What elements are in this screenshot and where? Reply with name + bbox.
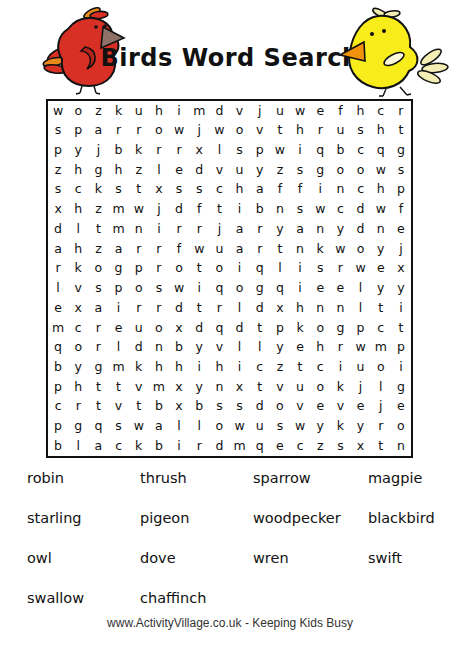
grid-cell[interactable]: m	[108, 200, 128, 220]
grid-cell[interactable]: e	[391, 219, 411, 239]
grid-cell[interactable]: x	[48, 200, 68, 220]
grid-cell[interactable]: e	[270, 436, 290, 456]
grid-cell[interactable]: d	[48, 219, 68, 239]
grid-cell[interactable]: g	[310, 160, 330, 180]
grid-cell[interactable]: w	[129, 417, 149, 437]
grid-cell[interactable]: e	[391, 397, 411, 417]
grid-cell[interactable]: k	[129, 357, 149, 377]
grid-cell[interactable]: f	[169, 239, 189, 259]
grid-cell[interactable]: s	[229, 397, 249, 417]
grid-cell[interactable]: o	[149, 121, 169, 141]
grid-cell[interactable]: r	[371, 417, 391, 437]
grid-cell[interactable]: i	[310, 180, 330, 200]
grid-cell[interactable]: b	[330, 140, 350, 160]
grid-cell[interactable]: i	[149, 219, 169, 239]
grid-cell[interactable]: w	[169, 278, 189, 298]
grid-cell[interactable]: i	[169, 436, 189, 456]
grid-cell[interactable]: s	[88, 278, 108, 298]
grid-cell[interactable]: w	[371, 160, 391, 180]
grid-cell[interactable]: o	[270, 397, 290, 417]
grid-cell[interactable]: k	[330, 417, 350, 437]
grid-cell[interactable]: a	[149, 417, 169, 437]
grid-cell[interactable]: g	[68, 417, 88, 437]
grid-cell[interactable]: v	[209, 160, 229, 180]
grid-cell[interactable]: o	[350, 239, 370, 259]
grid-cell[interactable]: w	[169, 121, 189, 141]
grid-cell[interactable]: t	[88, 397, 108, 417]
grid-cell[interactable]: l	[350, 278, 370, 298]
grid-cell[interactable]: u	[330, 121, 350, 141]
grid-cell[interactable]: c	[371, 101, 391, 121]
grid-cell[interactable]: d	[209, 436, 229, 456]
grid-cell[interactable]: l	[68, 436, 88, 456]
grid-cell[interactable]: p	[350, 318, 370, 338]
grid-cell[interactable]: l	[68, 219, 88, 239]
grid-cell[interactable]: w	[350, 338, 370, 358]
grid-cell[interactable]: y	[350, 417, 370, 437]
grid-cell[interactable]: k	[68, 259, 88, 279]
grid-cell[interactable]: q	[371, 140, 391, 160]
grid-cell[interactable]: b	[149, 397, 169, 417]
grid-cell[interactable]: m	[229, 436, 249, 456]
grid-cell[interactable]: q	[48, 338, 68, 358]
grid-cell[interactable]: q	[209, 318, 229, 338]
grid-cell[interactable]: i	[108, 298, 128, 318]
grid-cell[interactable]: u	[290, 377, 310, 397]
grid-cell[interactable]: l	[149, 160, 169, 180]
grid-cell[interactable]: o	[209, 259, 229, 279]
grid-cell[interactable]: p	[129, 259, 149, 279]
grid-cell[interactable]: r	[250, 219, 270, 239]
grid-cell[interactable]: n	[310, 219, 330, 239]
grid-cell[interactable]: y	[68, 357, 88, 377]
grid-cell[interactable]: y	[68, 140, 88, 160]
grid-cell[interactable]: v	[330, 397, 350, 417]
grid-cell[interactable]: q	[209, 278, 229, 298]
grid-cell[interactable]: b	[149, 436, 169, 456]
grid-cell[interactable]: n	[290, 239, 310, 259]
grid-cell[interactable]: m	[371, 338, 391, 358]
grid-cell[interactable]: n	[149, 338, 169, 358]
grid-cell[interactable]: d	[169, 200, 189, 220]
grid-cell[interactable]: l	[350, 298, 370, 318]
grid-cell[interactable]: p	[270, 318, 290, 338]
grid-cell[interactable]: c	[290, 436, 310, 456]
grid-cell[interactable]: p	[250, 140, 270, 160]
grid-cell[interactable]: a	[290, 219, 310, 239]
grid-cell[interactable]: i	[290, 259, 310, 279]
grid-cell[interactable]: x	[350, 436, 370, 456]
grid-cell[interactable]: x	[229, 377, 249, 397]
grid-cell[interactable]: d	[350, 200, 370, 220]
grid-cell[interactable]: m	[189, 101, 209, 121]
grid-cell[interactable]: f	[290, 180, 310, 200]
grid-cell[interactable]: p	[48, 417, 68, 437]
grid-cell[interactable]: h	[68, 200, 88, 220]
grid-cell[interactable]: y	[270, 219, 290, 239]
grid-cell[interactable]: t	[250, 377, 270, 397]
grid-cell[interactable]: l	[229, 338, 249, 358]
grid-cell[interactable]: q	[270, 278, 290, 298]
grid-cell[interactable]: x	[189, 140, 209, 160]
grid-cell[interactable]: b	[108, 140, 128, 160]
grid-cell[interactable]: w	[48, 101, 68, 121]
grid-cell[interactable]: c	[350, 180, 370, 200]
grid-cell[interactable]: r	[250, 239, 270, 259]
grid-cell[interactable]: i	[290, 278, 310, 298]
grid-cell[interactable]: e	[108, 318, 128, 338]
grid-cell[interactable]: p	[48, 377, 68, 397]
grid-cell[interactable]: v	[129, 377, 149, 397]
grid-cell[interactable]: m	[108, 357, 128, 377]
grid-cell[interactable]: o	[371, 357, 391, 377]
grid-cell[interactable]: r	[189, 436, 209, 456]
grid-cell[interactable]: s	[108, 417, 128, 437]
grid-cell[interactable]: t	[391, 318, 411, 338]
grid-cell[interactable]: w	[330, 239, 350, 259]
grid-cell[interactable]: y	[189, 338, 209, 358]
grid-cell[interactable]: d	[350, 219, 370, 239]
grid-cell[interactable]: r	[48, 259, 68, 279]
grid-cell[interactable]: o	[169, 259, 189, 279]
grid-cell[interactable]: o	[391, 417, 411, 437]
grid-cell[interactable]: o	[310, 377, 330, 397]
grid-cell[interactable]: l	[189, 417, 209, 437]
grid-cell[interactable]: r	[209, 298, 229, 318]
grid-cell[interactable]: l	[48, 278, 68, 298]
grid-cell[interactable]: r	[68, 397, 88, 417]
grid-cell[interactable]: a	[108, 239, 128, 259]
grid-cell[interactable]: e	[310, 278, 330, 298]
grid-cell[interactable]: u	[209, 239, 229, 259]
grid-cell[interactable]: h	[169, 357, 189, 377]
grid-cell[interactable]: u	[270, 101, 290, 121]
grid-cell[interactable]: t	[189, 259, 209, 279]
grid-cell[interactable]: k	[129, 140, 149, 160]
grid-cell[interactable]: r	[330, 338, 350, 358]
grid-cell[interactable]: d	[189, 318, 209, 338]
grid-cell[interactable]: d	[250, 298, 270, 318]
grid-cell[interactable]: r	[129, 239, 149, 259]
grid-cell[interactable]: d	[229, 318, 249, 338]
grid-cell[interactable]: i	[189, 357, 209, 377]
grid-cell[interactable]: n	[391, 436, 411, 456]
grid-cell[interactable]: h	[68, 377, 88, 397]
grid-cell[interactable]: i	[229, 259, 249, 279]
grid-cell[interactable]: u	[250, 417, 270, 437]
grid-cell[interactable]: s	[270, 417, 290, 437]
grid-cell[interactable]: s	[149, 278, 169, 298]
grid-cell[interactable]: y	[189, 377, 209, 397]
grid-cell[interactable]: l	[270, 259, 290, 279]
grid-cell[interactable]: o	[68, 101, 88, 121]
grid-cell[interactable]: o	[149, 318, 169, 338]
grid-cell[interactable]: t	[88, 219, 108, 239]
grid-cell[interactable]: h	[149, 357, 169, 377]
grid-cell[interactable]: k	[129, 436, 149, 456]
grid-cell[interactable]: s	[391, 160, 411, 180]
grid-cell[interactable]: c	[48, 397, 68, 417]
grid-cell[interactable]: l	[169, 417, 189, 437]
grid-cell[interactable]: c	[68, 318, 88, 338]
grid-cell[interactable]: g	[391, 377, 411, 397]
grid-cell[interactable]: c	[371, 318, 391, 338]
grid-cell[interactable]: d	[169, 298, 189, 318]
grid-cell[interactable]: s	[48, 121, 68, 141]
grid-cell[interactable]: s	[169, 180, 189, 200]
grid-cell[interactable]: a	[88, 121, 108, 141]
grid-cell[interactable]: h	[108, 160, 128, 180]
grid-cell[interactable]: x	[149, 180, 169, 200]
grid-cell[interactable]: v	[68, 278, 88, 298]
grid-cell[interactable]: h	[371, 180, 391, 200]
grid-cell[interactable]: o	[310, 318, 330, 338]
grid-cell[interactable]: z	[129, 160, 149, 180]
grid-cell[interactable]: x	[68, 298, 88, 318]
grid-cell[interactable]: j	[250, 101, 270, 121]
grid-cell[interactable]: r	[391, 101, 411, 121]
grid-cell[interactable]: d	[189, 160, 209, 180]
grid-cell[interactable]: e	[371, 259, 391, 279]
grid-cell[interactable]: f	[189, 200, 209, 220]
grid-cell[interactable]: q	[250, 436, 270, 456]
grid-cell[interactable]: w	[129, 200, 149, 220]
grid-cell[interactable]: j	[391, 239, 411, 259]
grid-cell[interactable]: a	[229, 219, 249, 239]
grid-cell[interactable]: h	[310, 338, 330, 358]
grid-cell[interactable]: r	[88, 338, 108, 358]
grid-cell[interactable]: i	[169, 101, 189, 121]
grid-cell[interactable]: o	[88, 259, 108, 279]
grid-cell[interactable]: e	[48, 298, 68, 318]
grid-cell[interactable]: t	[371, 298, 391, 318]
grid-cell[interactable]: x	[391, 259, 411, 279]
grid-cell[interactable]: a	[48, 239, 68, 259]
grid-cell[interactable]: e	[310, 101, 330, 121]
grid-cell[interactable]: u	[229, 160, 249, 180]
grid-cell[interactable]: c	[350, 140, 370, 160]
grid-cell[interactable]: c	[68, 180, 88, 200]
grid-cell[interactable]: y	[391, 278, 411, 298]
grid-cell[interactable]: c	[250, 357, 270, 377]
grid-cell[interactable]: y	[310, 417, 330, 437]
grid-cell[interactable]: s	[48, 180, 68, 200]
grid-cell[interactable]: r	[169, 219, 189, 239]
grid-cell[interactable]: x	[169, 397, 189, 417]
grid-cell[interactable]: n	[310, 298, 330, 318]
grid-cell[interactable]: g	[88, 357, 108, 377]
grid-cell[interactable]: j	[350, 377, 370, 397]
grid-cell[interactable]: b	[250, 200, 270, 220]
grid-cell[interactable]: y	[270, 338, 290, 358]
grid-cell[interactable]: a	[250, 180, 270, 200]
grid-cell[interactable]: t	[209, 200, 229, 220]
grid-cell[interactable]: t	[108, 377, 128, 397]
grid-cell[interactable]: n	[270, 200, 290, 220]
grid-cell[interactable]: h	[290, 121, 310, 141]
grid-cell[interactable]: d	[250, 397, 270, 417]
grid-cell[interactable]: y	[371, 278, 391, 298]
grid-cell[interactable]: t	[129, 397, 149, 417]
grid-cell[interactable]: z	[88, 200, 108, 220]
grid-cell[interactable]: r	[149, 298, 169, 318]
grid-cell[interactable]: r	[169, 140, 189, 160]
grid-cell[interactable]: z	[270, 357, 290, 377]
grid-cell[interactable]: h	[68, 239, 88, 259]
grid-cell[interactable]: d	[129, 338, 149, 358]
grid-cell[interactable]: n	[330, 298, 350, 318]
grid-cell[interactable]: v	[290, 397, 310, 417]
grid-cell[interactable]: t	[270, 121, 290, 141]
grid-cell[interactable]: l	[371, 377, 391, 397]
grid-cell[interactable]: s	[189, 180, 209, 200]
grid-cell[interactable]: g	[250, 278, 270, 298]
grid-cell[interactable]: f	[270, 180, 290, 200]
grid-cell[interactable]: k	[310, 239, 330, 259]
grid-cell[interactable]: t	[270, 239, 290, 259]
grid-cell[interactable]: v	[250, 121, 270, 141]
grid-cell[interactable]: e	[350, 397, 370, 417]
grid-cell[interactable]: r	[310, 121, 330, 141]
grid-cell[interactable]: u	[129, 318, 149, 338]
grid-cell[interactable]: t	[371, 436, 391, 456]
grid-cell[interactable]: w	[350, 259, 370, 279]
grid-cell[interactable]: c	[330, 200, 350, 220]
grid-cell[interactable]: v	[108, 397, 128, 417]
grid-cell[interactable]: y	[330, 219, 350, 239]
grid-cell[interactable]: z	[310, 436, 330, 456]
grid-cell[interactable]: h	[68, 160, 88, 180]
grid-cell[interactable]: s	[330, 436, 350, 456]
grid-cell[interactable]: p	[391, 180, 411, 200]
grid-cell[interactable]: s	[290, 200, 310, 220]
grid-cell[interactable]: r	[88, 318, 108, 338]
grid-cell[interactable]: p	[68, 121, 88, 141]
grid-cell[interactable]: r	[149, 239, 169, 259]
grid-cell[interactable]: v	[270, 377, 290, 397]
grid-cell[interactable]: s	[290, 160, 310, 180]
grid-cell[interactable]: e	[169, 160, 189, 180]
grid-cell[interactable]: t	[391, 121, 411, 141]
grid-cell[interactable]: i	[229, 200, 249, 220]
grid-cell[interactable]: l	[108, 338, 128, 358]
grid-cell[interactable]: v	[229, 101, 249, 121]
grid-cell[interactable]: g	[330, 318, 350, 338]
grid-cell[interactable]: u	[350, 357, 370, 377]
grid-cell[interactable]: z	[48, 160, 68, 180]
grid-cell[interactable]: r	[149, 140, 169, 160]
grid-cell[interactable]: h	[371, 121, 391, 141]
grid-cell[interactable]: h	[149, 101, 169, 121]
grid-cell[interactable]: s	[310, 259, 330, 279]
grid-cell[interactable]: k	[108, 101, 128, 121]
grid-cell[interactable]: r	[129, 121, 149, 141]
grid-cell[interactable]: w	[371, 200, 391, 220]
grid-cell[interactable]: z	[88, 239, 108, 259]
grid-cell[interactable]: t	[88, 377, 108, 397]
grid-cell[interactable]: x	[270, 298, 290, 318]
grid-cell[interactable]: f	[391, 200, 411, 220]
grid-cell[interactable]: z	[270, 160, 290, 180]
grid-cell[interactable]: c	[209, 180, 229, 200]
grid-cell[interactable]: m	[108, 219, 128, 239]
grid-cell[interactable]: p	[48, 140, 68, 160]
grid-cell[interactable]: y	[371, 239, 391, 259]
grid-cell[interactable]: e	[290, 338, 310, 358]
grid-cell[interactable]: c	[108, 436, 128, 456]
grid-cell[interactable]: g	[391, 140, 411, 160]
grid-cell[interactable]: g	[88, 160, 108, 180]
grid-cell[interactable]: m	[149, 377, 169, 397]
grid-cell[interactable]: c	[310, 357, 330, 377]
grid-cell[interactable]: i	[391, 298, 411, 318]
grid-cell[interactable]: q	[250, 259, 270, 279]
grid-cell[interactable]: s	[209, 397, 229, 417]
grid-cell[interactable]: h	[350, 101, 370, 121]
grid-cell[interactable]: s	[108, 180, 128, 200]
grid-cell[interactable]: x	[169, 377, 189, 397]
grid-cell[interactable]: i	[391, 357, 411, 377]
grid-cell[interactable]: k	[290, 318, 310, 338]
grid-cell[interactable]: x	[169, 318, 189, 338]
grid-cell[interactable]: s	[350, 121, 370, 141]
grid-cell[interactable]: j	[371, 397, 391, 417]
grid-cell[interactable]: o	[68, 338, 88, 358]
grid-cell[interactable]: i	[290, 140, 310, 160]
grid-cell[interactable]: n	[209, 377, 229, 397]
grid-cell[interactable]: q	[88, 417, 108, 437]
grid-cell[interactable]: r	[129, 298, 149, 318]
grid-cell[interactable]: j	[189, 121, 209, 141]
grid-cell[interactable]: j	[209, 219, 229, 239]
grid-cell[interactable]: g	[108, 259, 128, 279]
grid-cell[interactable]: n	[371, 219, 391, 239]
grid-cell[interactable]: r	[108, 121, 128, 141]
grid-cell[interactable]: l	[229, 298, 249, 318]
grid-cell[interactable]: j	[88, 140, 108, 160]
grid-cell[interactable]: k	[330, 377, 350, 397]
grid-cell[interactable]: w	[310, 200, 330, 220]
grid-cell[interactable]: a	[229, 239, 249, 259]
grid-cell[interactable]: b	[48, 436, 68, 456]
grid-cell[interactable]: e	[310, 397, 330, 417]
grid-cell[interactable]: s	[229, 140, 249, 160]
grid-cell[interactable]: t	[290, 357, 310, 377]
grid-cell[interactable]: a	[88, 436, 108, 456]
grid-cell[interactable]: e	[330, 278, 350, 298]
grid-cell[interactable]: r	[330, 259, 350, 279]
grid-cell[interactable]: b	[189, 397, 209, 417]
grid-cell[interactable]: o	[229, 278, 249, 298]
grid-cell[interactable]: r	[149, 259, 169, 279]
grid-cell[interactable]: h	[209, 357, 229, 377]
grid-cell[interactable]: o	[229, 121, 249, 141]
grid-cell[interactable]: t	[129, 180, 149, 200]
grid-cell[interactable]: a	[88, 298, 108, 318]
grid-cell[interactable]: l	[250, 338, 270, 358]
grid-cell[interactable]: w	[209, 121, 229, 141]
grid-cell[interactable]: w	[189, 239, 209, 259]
grid-cell[interactable]: w	[290, 101, 310, 121]
grid-cell[interactable]: h	[290, 298, 310, 318]
grid-cell[interactable]: i	[330, 357, 350, 377]
grid-cell[interactable]: z	[88, 101, 108, 121]
grid-cell[interactable]: o	[330, 160, 350, 180]
grid-cell[interactable]: p	[391, 338, 411, 358]
grid-cell[interactable]: v	[209, 338, 229, 358]
grid-cell[interactable]: j	[149, 200, 169, 220]
grid-cell[interactable]: d	[209, 101, 229, 121]
